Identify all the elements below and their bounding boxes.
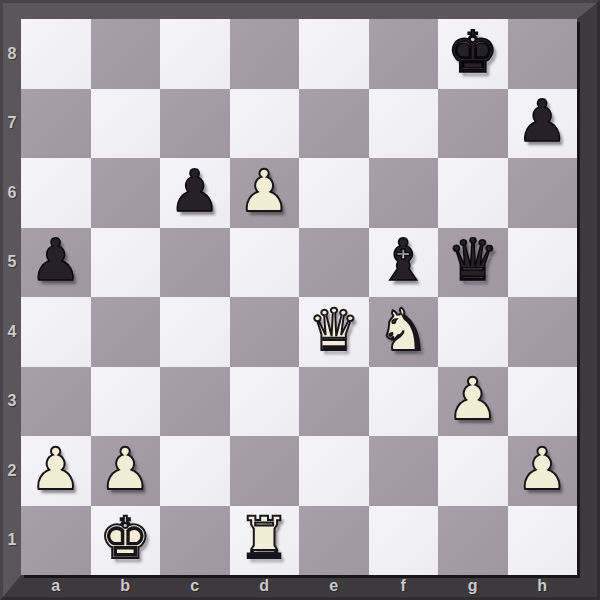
- rank-label-2: 2: [3, 436, 21, 506]
- square-c8[interactable]: [160, 19, 230, 89]
- file-label-h: h: [508, 575, 578, 597]
- square-b2[interactable]: ♟: [91, 436, 161, 506]
- square-h8[interactable]: [508, 19, 578, 89]
- square-f1[interactable]: [369, 506, 439, 576]
- file-label-f: f: [369, 575, 439, 597]
- rank-label-6: 6: [3, 158, 21, 228]
- square-d7[interactable]: [230, 89, 300, 159]
- square-g7[interactable]: [438, 89, 508, 159]
- rank-label-5: 5: [3, 228, 21, 298]
- rank-labels: 87654321: [3, 19, 21, 575]
- chess-board: ♚♟♟♟♟♝♛♛♞♟♟♟♟♚♜: [21, 19, 577, 575]
- square-d2[interactable]: [230, 436, 300, 506]
- square-h3[interactable]: [508, 367, 578, 437]
- square-g6[interactable]: [438, 158, 508, 228]
- square-e2[interactable]: [299, 436, 369, 506]
- square-e7[interactable]: [299, 89, 369, 159]
- square-a1[interactable]: [21, 506, 91, 576]
- piece-white-pawn[interactable]: ♟: [238, 162, 290, 220]
- piece-black-king[interactable]: ♚: [447, 23, 499, 81]
- square-b5[interactable]: [91, 228, 161, 298]
- square-d8[interactable]: [230, 19, 300, 89]
- rank-label-4: 4: [3, 297, 21, 367]
- piece-white-rook[interactable]: ♜: [238, 509, 290, 567]
- square-g4[interactable]: [438, 297, 508, 367]
- piece-black-pawn[interactable]: ♟: [516, 92, 568, 150]
- square-b6[interactable]: [91, 158, 161, 228]
- square-b7[interactable]: [91, 89, 161, 159]
- square-c4[interactable]: [160, 297, 230, 367]
- square-h6[interactable]: [508, 158, 578, 228]
- chess-board-window: 87654321 abcdefgh ♚♟♟♟♟♝♛♛♞♟♟♟♟♚♜: [0, 0, 600, 600]
- square-d3[interactable]: [230, 367, 300, 437]
- piece-white-knight[interactable]: ♞: [377, 301, 429, 359]
- square-d4[interactable]: [230, 297, 300, 367]
- rank-label-8: 8: [3, 19, 21, 89]
- square-c1[interactable]: [160, 506, 230, 576]
- square-b8[interactable]: [91, 19, 161, 89]
- square-g8[interactable]: ♚: [438, 19, 508, 89]
- square-f5[interactable]: ♝: [369, 228, 439, 298]
- square-c6[interactable]: ♟: [160, 158, 230, 228]
- square-e8[interactable]: [299, 19, 369, 89]
- square-f6[interactable]: [369, 158, 439, 228]
- piece-black-pawn[interactable]: ♟: [169, 162, 221, 220]
- piece-white-pawn[interactable]: ♟: [516, 440, 568, 498]
- piece-white-king[interactable]: ♚: [99, 509, 151, 567]
- square-c5[interactable]: [160, 228, 230, 298]
- rank-label-3: 3: [3, 367, 21, 437]
- square-a4[interactable]: [21, 297, 91, 367]
- square-e3[interactable]: [299, 367, 369, 437]
- square-f7[interactable]: [369, 89, 439, 159]
- file-label-b: b: [91, 575, 161, 597]
- square-h1[interactable]: [508, 506, 578, 576]
- piece-white-queen[interactable]: ♛: [308, 301, 360, 359]
- square-c7[interactable]: [160, 89, 230, 159]
- square-a5[interactable]: ♟: [21, 228, 91, 298]
- square-f8[interactable]: [369, 19, 439, 89]
- piece-white-pawn[interactable]: ♟: [447, 370, 499, 428]
- square-c3[interactable]: [160, 367, 230, 437]
- piece-black-queen[interactable]: ♛: [447, 231, 499, 289]
- rank-label-7: 7: [3, 89, 21, 159]
- file-label-g: g: [438, 575, 508, 597]
- square-h2[interactable]: ♟: [508, 436, 578, 506]
- square-h7[interactable]: ♟: [508, 89, 578, 159]
- file-labels: abcdefgh: [21, 575, 577, 597]
- square-g2[interactable]: [438, 436, 508, 506]
- square-f4[interactable]: ♞: [369, 297, 439, 367]
- square-b3[interactable]: [91, 367, 161, 437]
- piece-black-pawn[interactable]: ♟: [30, 231, 82, 289]
- rank-label-1: 1: [3, 506, 21, 576]
- square-e4[interactable]: ♛: [299, 297, 369, 367]
- square-e1[interactable]: [299, 506, 369, 576]
- file-label-d: d: [230, 575, 300, 597]
- square-e5[interactable]: [299, 228, 369, 298]
- square-e6[interactable]: [299, 158, 369, 228]
- square-b4[interactable]: [91, 297, 161, 367]
- square-a2[interactable]: ♟: [21, 436, 91, 506]
- square-a7[interactable]: [21, 89, 91, 159]
- square-h5[interactable]: [508, 228, 578, 298]
- file-label-e: e: [299, 575, 369, 597]
- square-g5[interactable]: ♛: [438, 228, 508, 298]
- square-f2[interactable]: [369, 436, 439, 506]
- square-d5[interactable]: [230, 228, 300, 298]
- file-label-c: c: [160, 575, 230, 597]
- piece-black-bishop[interactable]: ♝: [377, 231, 429, 289]
- square-a3[interactable]: [21, 367, 91, 437]
- square-c2[interactable]: [160, 436, 230, 506]
- square-d1[interactable]: ♜: [230, 506, 300, 576]
- square-a6[interactable]: [21, 158, 91, 228]
- square-g1[interactable]: [438, 506, 508, 576]
- square-f3[interactable]: [369, 367, 439, 437]
- piece-white-pawn[interactable]: ♟: [99, 440, 151, 498]
- square-g3[interactable]: ♟: [438, 367, 508, 437]
- square-h4[interactable]: [508, 297, 578, 367]
- piece-white-pawn[interactable]: ♟: [30, 440, 82, 498]
- square-a8[interactable]: [21, 19, 91, 89]
- file-label-a: a: [21, 575, 91, 597]
- square-b1[interactable]: ♚: [91, 506, 161, 576]
- square-d6[interactable]: ♟: [230, 158, 300, 228]
